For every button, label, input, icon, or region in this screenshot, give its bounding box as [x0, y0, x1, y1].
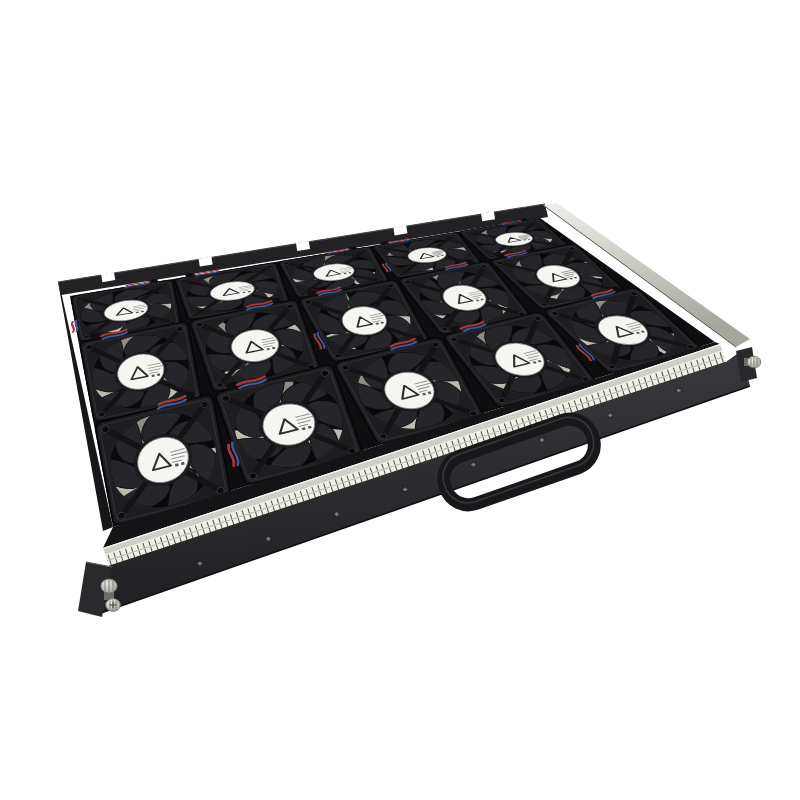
panel-screw — [608, 413, 613, 418]
panel-screw — [471, 462, 476, 467]
panel-screw — [402, 487, 407, 492]
panel-screw — [539, 437, 544, 442]
red-wire — [71, 321, 76, 333]
panel-screw — [197, 561, 202, 566]
product-photo-canvas: Product photograph: black hot-swap cooli… — [0, 0, 800, 800]
fan-tray-photo: Product photograph: black hot-swap cooli… — [0, 0, 800, 800]
panel-screw — [334, 511, 339, 516]
panel-screw — [266, 536, 271, 541]
panel-screw — [676, 388, 681, 393]
